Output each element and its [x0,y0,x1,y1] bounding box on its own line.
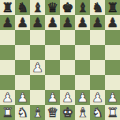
black-pawn[interactable]: ♟ [47,15,59,30]
white-pawn[interactable]: ♟ [32,60,44,75]
square-d2[interactable]: ♟ [45,90,60,105]
black-rook[interactable]: ♜ [107,0,119,15]
square-f8[interactable]: ♝ [75,0,90,15]
square-h7[interactable]: ♟ [105,15,120,30]
square-g1[interactable]: ♞ [90,105,105,120]
black-pawn[interactable]: ♟ [107,15,119,30]
square-f3[interactable] [75,75,90,90]
square-c3[interactable] [30,75,45,90]
square-c6[interactable] [30,30,45,45]
black-rook[interactable]: ♜ [2,0,14,15]
square-f5[interactable] [75,45,90,60]
square-f7[interactable]: ♟ [75,15,90,30]
square-d4[interactable] [45,60,60,75]
square-d1[interactable]: ♛ [45,105,60,120]
black-pawn[interactable]: ♟ [32,15,44,30]
square-g7[interactable]: ♟ [90,15,105,30]
square-c8[interactable]: ♝ [30,0,45,15]
white-pawn[interactable]: ♟ [107,90,119,105]
square-h8[interactable]: ♜ [105,0,120,15]
square-c4[interactable]: ♟ [30,60,45,75]
square-b6[interactable] [15,30,30,45]
black-queen[interactable]: ♛ [47,0,59,15]
white-pawn[interactable]: ♟ [2,90,14,105]
white-pawn[interactable]: ♟ [47,90,59,105]
square-c2[interactable] [30,90,45,105]
square-d6[interactable] [45,30,60,45]
square-e4[interactable] [60,60,75,75]
white-pawn[interactable]: ♟ [62,90,74,105]
black-knight[interactable]: ♞ [92,0,104,15]
white-king[interactable]: ♚ [62,105,74,120]
square-g6[interactable] [90,30,105,45]
square-c5[interactable] [30,45,45,60]
square-e8[interactable]: ♚ [60,0,75,15]
square-h6[interactable] [105,30,120,45]
white-knight[interactable]: ♞ [92,105,104,120]
square-g3[interactable] [90,75,105,90]
square-e6[interactable] [60,30,75,45]
square-e2[interactable]: ♟ [60,90,75,105]
white-bishop[interactable]: ♝ [32,105,44,120]
square-f4[interactable] [75,60,90,75]
square-g4[interactable] [90,60,105,75]
white-rook[interactable]: ♜ [2,105,14,120]
square-g5[interactable] [90,45,105,60]
square-d3[interactable] [45,75,60,90]
square-a4[interactable] [0,60,15,75]
white-rook[interactable]: ♜ [107,105,119,120]
square-b7[interactable]: ♟ [15,15,30,30]
square-f2[interactable]: ♟ [75,90,90,105]
black-bishop[interactable]: ♝ [32,0,44,15]
square-a6[interactable] [0,30,15,45]
square-f1[interactable]: ♝ [75,105,90,120]
square-e5[interactable] [60,45,75,60]
square-a3[interactable] [0,75,15,90]
square-b5[interactable] [15,45,30,60]
square-a7[interactable]: ♟ [0,15,15,30]
white-knight[interactable]: ♞ [17,105,29,120]
square-a1[interactable]: ♜ [0,105,15,120]
black-pawn[interactable]: ♟ [77,15,89,30]
square-a8[interactable]: ♜ [0,0,15,15]
square-c7[interactable]: ♟ [30,15,45,30]
black-pawn[interactable]: ♟ [2,15,14,30]
square-h2[interactable]: ♟ [105,90,120,105]
square-h5[interactable] [105,45,120,60]
square-a5[interactable] [0,45,15,60]
square-b1[interactable]: ♞ [15,105,30,120]
square-b3[interactable] [15,75,30,90]
black-knight[interactable]: ♞ [17,0,29,15]
square-f6[interactable] [75,30,90,45]
square-b2[interactable]: ♟ [15,90,30,105]
chess-board: ♜♞♝♛♚♝♞♜♟♟♟♟♟♟♟♟♟♟♟♟♟♟♟♟♜♞♝♛♚♝♞♜ [0,0,120,120]
white-pawn[interactable]: ♟ [77,90,89,105]
square-h1[interactable]: ♜ [105,105,120,120]
square-e3[interactable] [60,75,75,90]
square-b4[interactable] [15,60,30,75]
square-d5[interactable] [45,45,60,60]
square-d8[interactable]: ♛ [45,0,60,15]
square-d7[interactable]: ♟ [45,15,60,30]
square-g8[interactable]: ♞ [90,0,105,15]
square-h3[interactable] [105,75,120,90]
square-h4[interactable] [105,60,120,75]
square-g2[interactable]: ♟ [90,90,105,105]
white-pawn[interactable]: ♟ [92,90,104,105]
black-king[interactable]: ♚ [62,0,74,15]
black-pawn[interactable]: ♟ [62,15,74,30]
square-b8[interactable]: ♞ [15,0,30,15]
black-bishop[interactable]: ♝ [77,0,89,15]
white-pawn[interactable]: ♟ [17,90,29,105]
black-pawn[interactable]: ♟ [17,15,29,30]
white-bishop[interactable]: ♝ [77,105,89,120]
white-queen[interactable]: ♛ [47,105,59,120]
square-e1[interactable]: ♚ [60,105,75,120]
black-pawn[interactable]: ♟ [92,15,104,30]
square-c1[interactable]: ♝ [30,105,45,120]
square-a2[interactable]: ♟ [0,90,15,105]
square-e7[interactable]: ♟ [60,15,75,30]
